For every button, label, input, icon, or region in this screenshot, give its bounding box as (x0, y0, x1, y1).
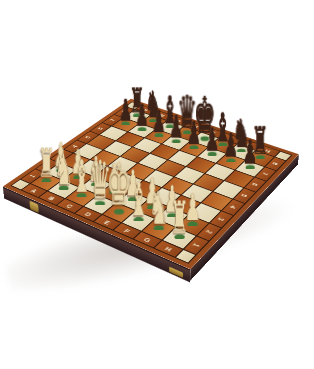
file-label-text: B (47, 195, 56, 200)
black-pawn-glyph: ♟ (205, 124, 219, 155)
rank-label-right-text: 1 (192, 243, 201, 248)
piece-white-king-e1[interactable]: ♚ (109, 151, 129, 212)
black-pawn-glyph: ♟ (135, 101, 148, 130)
rank-label-left-text: 1 (29, 174, 37, 178)
black-pawn-glyph: ♟ (169, 113, 183, 143)
piece-white-knight-b1[interactable]: ♞ (54, 131, 73, 189)
piece-black-pawn-c7[interactable]: ♟ (150, 84, 167, 137)
black-pawn-glyph: ♟ (152, 107, 165, 136)
piece-white-knight-g1[interactable]: ♞ (148, 166, 169, 229)
piece-black-pawn-d7[interactable]: ♟ (167, 89, 185, 142)
file-label-far-text: H (264, 149, 271, 153)
piece-black-pawn-b7[interactable]: ♟ (133, 79, 150, 131)
brass-clasp-icon (29, 201, 38, 213)
piece-white-bishop-f1[interactable]: ♝ (128, 159, 148, 221)
rank-label-left-text: 7 (109, 119, 116, 122)
brass-hinge-icon (169, 267, 183, 278)
white-knight-glyph: ♞ (54, 149, 72, 189)
piece-white-rook-a1[interactable]: ♜ (37, 124, 56, 182)
file-label-text: E (103, 219, 112, 225)
black-pawn-glyph: ♟ (243, 137, 257, 169)
rank-label-right-text: 3 (217, 217, 226, 222)
file-label-text: C (65, 203, 74, 209)
black-pawn-glyph: ♟ (224, 131, 238, 162)
file-label-text: F (123, 228, 131, 234)
rank-label-right-text: 5 (240, 194, 248, 198)
piece-black-pawn-f7[interactable]: ♟ (203, 101, 221, 156)
chess-board: AABBCCDDEEFFGGHH1122334455667788♜♞♝♛♚♝♞♜… (3, 99, 299, 270)
white-rook-glyph: ♜ (170, 197, 189, 238)
rank-label-right-text: 2 (205, 229, 214, 234)
piece-black-pawn-e7[interactable]: ♟ (185, 95, 203, 149)
photo-canvas: AABBCCDDEEFFGGHH1122334455667788♜♞♝♛♚♝♞♜… (0, 0, 314, 369)
file-label-text: A (30, 188, 39, 193)
piece-white-rook-h1[interactable]: ♜ (169, 174, 190, 238)
board-panel: AABBCCDDEEFFGGHH1122334455667788♜♞♝♛♚♝♞♜… (10, 102, 292, 264)
piece-black-pawn-g7[interactable]: ♟ (222, 106, 240, 161)
rank-label-right-text: 8 (272, 162, 280, 166)
rank-label-right-text: 6 (251, 183, 259, 187)
rank-label-right-text: 7 (262, 172, 270, 176)
file-label-text: D (84, 211, 93, 217)
white-bishop-glyph: ♝ (128, 177, 148, 221)
piece-black-pawn-a7[interactable]: ♟ (117, 73, 134, 124)
piece-black-pawn-h7[interactable]: ♟ (241, 112, 260, 168)
white-rook-glyph: ♜ (38, 145, 55, 182)
white-knight-glyph: ♞ (149, 186, 169, 230)
file-label-text: G (143, 236, 153, 242)
file-label-text: H (164, 246, 173, 252)
black-pawn-glyph: ♟ (187, 118, 201, 148)
perspective-wrapper: AABBCCDDEEFFGGHH1122334455667788♜♞♝♛♚♝♞♜… (0, 0, 314, 369)
rank-label-right-text: 4 (229, 205, 238, 210)
file-label: B (39, 191, 64, 205)
